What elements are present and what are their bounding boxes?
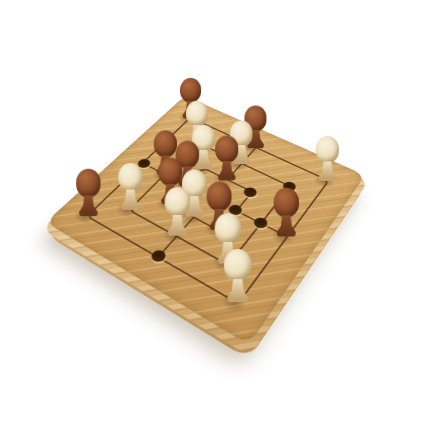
playing-field <box>67 107 345 322</box>
light-peg-g1[interactable] <box>222 248 252 301</box>
empty-hole-d1 <box>148 248 168 264</box>
point-b2[interactable] <box>109 194 150 225</box>
point-g1[interactable] <box>214 282 260 322</box>
dark-peg-g4[interactable] <box>272 187 299 236</box>
dark-peg-d5[interactable] <box>213 135 238 180</box>
point-e5[interactable] <box>230 177 269 206</box>
morris-board <box>45 95 365 344</box>
dark-peg-a1[interactable] <box>75 168 102 215</box>
scene <box>0 0 423 423</box>
photo-canvas <box>0 0 423 423</box>
point-g7[interactable] <box>308 167 346 195</box>
empty-hole-f4 <box>250 215 269 230</box>
light-peg-b2[interactable] <box>117 163 143 210</box>
point-a1[interactable] <box>67 200 109 232</box>
light-peg-d2[interactable] <box>163 187 190 236</box>
light-peg-g7[interactable] <box>314 136 339 181</box>
board-top-surface <box>45 95 365 344</box>
